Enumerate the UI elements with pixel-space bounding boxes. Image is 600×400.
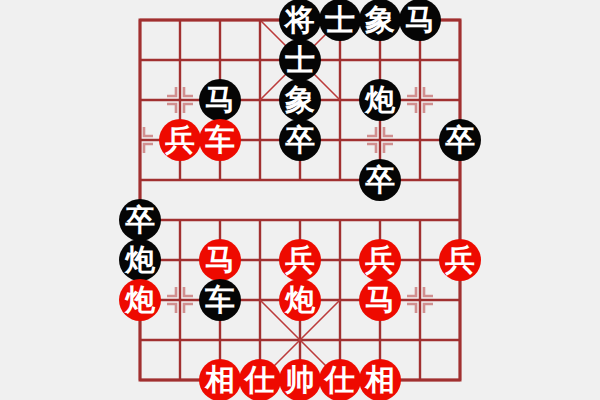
board-point: 车 xyxy=(200,280,240,320)
board-point: 车 xyxy=(200,120,240,160)
board-point: 卒 xyxy=(120,200,160,240)
piece-red-cannon[interactable]: 炮 xyxy=(279,279,321,321)
board-point: 马 xyxy=(200,80,240,120)
board-point: 相 xyxy=(200,360,240,400)
piece-red-cannon[interactable]: 炮 xyxy=(119,279,161,321)
piece-black-cannon[interactable]: 炮 xyxy=(119,239,161,281)
piece-black-elephant[interactable]: 象 xyxy=(279,79,321,121)
piece-red-horse[interactable]: 马 xyxy=(359,279,401,321)
piece-black-advisor[interactable]: 士 xyxy=(319,0,361,41)
piece-red-advisor[interactable]: 仕 xyxy=(319,359,361,400)
board-point: 兵 xyxy=(440,240,480,280)
board-point: 炮 xyxy=(280,280,320,320)
piece-red-elephant[interactable]: 相 xyxy=(359,359,401,400)
piece-black-general[interactable]: 将 xyxy=(279,0,321,41)
piece-black-horse[interactable]: 马 xyxy=(199,79,241,121)
piece-red-elephant[interactable]: 相 xyxy=(199,359,241,400)
board-point: 炮 xyxy=(360,80,400,120)
piece-black-soldier[interactable]: 卒 xyxy=(279,119,321,161)
piece-red-soldier[interactable]: 兵 xyxy=(359,239,401,281)
piece-black-cannon[interactable]: 炮 xyxy=(359,79,401,121)
board-point: 相 xyxy=(360,360,400,400)
board-point: 仕 xyxy=(240,360,280,400)
xiangqi-board: 将士象马士马象炮兵车卒卒卒卒炮马兵兵兵炮车炮马相仕帅仕相 xyxy=(0,0,600,400)
board-point: 炮 xyxy=(120,280,160,320)
board-point: 士 xyxy=(280,40,320,80)
piece-black-advisor[interactable]: 士 xyxy=(279,39,321,81)
board-point: 卒 xyxy=(440,120,480,160)
board-point: 象 xyxy=(360,0,400,40)
board-point: 兵 xyxy=(360,240,400,280)
piece-black-elephant[interactable]: 象 xyxy=(359,0,401,41)
piece-red-soldier[interactable]: 兵 xyxy=(439,239,481,281)
board-point: 将 xyxy=(280,0,320,40)
piece-red-soldier[interactable]: 兵 xyxy=(159,119,201,161)
pieces-grid: 将士象马士马象炮兵车卒卒卒卒炮马兵兵兵炮车炮马相仕帅仕相 xyxy=(120,0,480,400)
piece-black-soldier[interactable]: 卒 xyxy=(119,199,161,241)
board-point: 士 xyxy=(320,0,360,40)
board-point: 炮 xyxy=(120,240,160,280)
piece-black-soldier[interactable]: 卒 xyxy=(359,159,401,201)
board-point: 马 xyxy=(200,240,240,280)
piece-red-advisor[interactable]: 仕 xyxy=(239,359,281,400)
board-point: 卒 xyxy=(360,160,400,200)
piece-red-chariot[interactable]: 车 xyxy=(199,119,241,161)
board-point: 象 xyxy=(280,80,320,120)
piece-red-soldier[interactable]: 兵 xyxy=(279,239,321,281)
board-point: 兵 xyxy=(160,120,200,160)
piece-black-chariot[interactable]: 车 xyxy=(199,279,241,321)
piece-black-soldier[interactable]: 卒 xyxy=(439,119,481,161)
piece-red-horse[interactable]: 马 xyxy=(199,239,241,281)
board-point: 卒 xyxy=(280,120,320,160)
board-point: 帅 xyxy=(280,360,320,400)
board-point: 仕 xyxy=(320,360,360,400)
piece-black-horse[interactable]: 马 xyxy=(399,0,441,41)
piece-red-general[interactable]: 帅 xyxy=(279,359,321,400)
board-point: 兵 xyxy=(280,240,320,280)
board-point: 马 xyxy=(360,280,400,320)
board-point: 马 xyxy=(400,0,440,40)
